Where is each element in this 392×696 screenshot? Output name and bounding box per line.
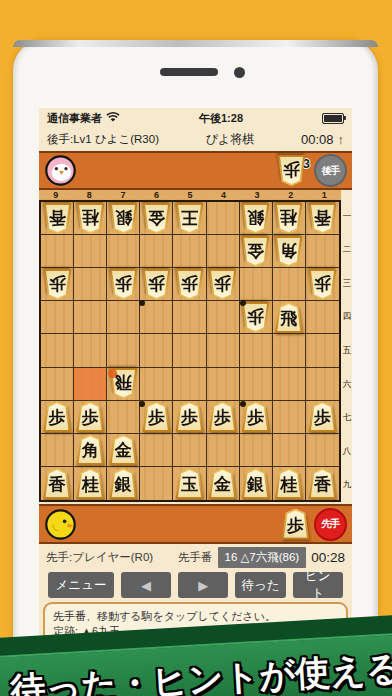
- board-cell-5三[interactable]: 歩: [173, 268, 206, 301]
- board-cell-4八[interactable]: [207, 434, 240, 467]
- app-screen: 通信事業者 午後1:28 後手:Lv1 ひよこ(R30) ぴよ将棋 00:08 …: [39, 108, 352, 693]
- board-cell-4一[interactable]: [207, 202, 240, 235]
- shogi-piece-銀[interactable]: 銀: [241, 468, 270, 499]
- sente-player-label: 先手:プレイヤー(R0): [46, 550, 153, 565]
- file-coordinates: 987654321: [39, 190, 341, 200]
- undo-button[interactable]: 待った: [235, 572, 285, 598]
- board-cell-9一[interactable]: 香: [41, 202, 74, 235]
- board-cell-1八[interactable]: [306, 434, 339, 467]
- phone-camera-icon: [234, 67, 245, 78]
- board-cell-1九[interactable]: 香: [306, 467, 339, 500]
- shogi-piece-歩[interactable]: 歩: [208, 401, 237, 432]
- board-cell-8四[interactable]: [74, 301, 107, 334]
- gote-player-label: 後手:Lv1 ひよこ(R30): [47, 132, 159, 147]
- board-cell-7五[interactable]: [107, 334, 140, 367]
- gote-clock: 00:08: [301, 132, 334, 147]
- phone-speaker: [160, 68, 218, 76]
- gote-chick-avatar: [44, 154, 77, 187]
- shogi-piece-歩[interactable]: 歩: [175, 401, 204, 432]
- battery-icon: [322, 113, 344, 124]
- shogi-piece-歩[interactable]: 歩: [241, 401, 270, 432]
- shogi-piece-歩[interactable]: 歩: [142, 401, 171, 432]
- board-cell-9四[interactable]: [41, 301, 74, 334]
- shogi-piece-飛: 飛: [109, 368, 138, 399]
- wifi-icon: [106, 112, 120, 125]
- shogi-piece-香: 香: [43, 203, 72, 234]
- board-cell-8五[interactable]: [74, 334, 107, 367]
- board-cell-6二[interactable]: [140, 235, 173, 268]
- shogi-piece-桂: 桂: [76, 203, 105, 234]
- shogi-piece-王: 王: [175, 203, 204, 234]
- board-cell-8九[interactable]: 桂: [74, 467, 107, 500]
- shogi-piece-桂: 桂: [274, 203, 303, 234]
- board-cell-1七[interactable]: 歩: [306, 401, 339, 434]
- shogi-piece-銀: 銀: [241, 203, 270, 234]
- sente-captured-tray: 歩 先手: [39, 504, 352, 544]
- board-cell-5六[interactable]: [173, 368, 206, 401]
- board-cell-3三[interactable]: [240, 268, 273, 301]
- board-cell-3二[interactable]: 金: [240, 235, 273, 268]
- shogi-piece-角: 角: [274, 236, 303, 267]
- phone-frame: 通信事業者 午後1:28 後手:Lv1 ひよこ(R30) ぴよ将棋 00:08 …: [13, 40, 378, 696]
- shogi-piece-歩: 歩: [241, 302, 270, 333]
- board-cell-3五[interactable]: [240, 334, 273, 367]
- shogi-piece-金[interactable]: 金: [208, 468, 237, 499]
- status-time: 午後1:28: [120, 111, 322, 126]
- board-cell-4九[interactable]: 金: [207, 467, 240, 500]
- board-cell-7六[interactable]: 飛: [107, 368, 140, 401]
- board-cell-5九[interactable]: 玉: [173, 467, 206, 500]
- board-cell-6七[interactable]: 歩: [140, 401, 173, 434]
- shogi-piece-歩: 歩: [175, 269, 204, 300]
- sente-badge: 先手: [314, 508, 347, 541]
- board-cell-8二[interactable]: [74, 235, 107, 268]
- board-cell-7三[interactable]: 歩: [107, 268, 140, 301]
- board-cell-9七[interactable]: 歩: [41, 401, 74, 434]
- forward-move-button[interactable]: ▶: [178, 572, 228, 598]
- app-title: ぴよ将棋: [159, 131, 301, 148]
- board-cell-2三[interactable]: [273, 268, 306, 301]
- board-cell-2一[interactable]: 桂: [273, 202, 306, 235]
- board-cell-9五[interactable]: [41, 334, 74, 367]
- shogi-piece-歩: 歩: [142, 269, 171, 300]
- back-move-button[interactable]: ◀: [121, 572, 171, 598]
- board-cell-1五[interactable]: [306, 334, 339, 367]
- turn-indicator: 先手番: [178, 550, 213, 565]
- hint-button[interactable]: ヒント: [293, 572, 343, 598]
- shogi-piece-香[interactable]: 香: [308, 468, 337, 499]
- board-area: 987654321 香桂銀金王銀桂香金角歩歩歩歩歩歩歩飛飛歩歩歩歩歩歩歩角金香桂…: [39, 190, 352, 504]
- board-cell-9六[interactable]: [41, 368, 74, 401]
- board-cell-1三[interactable]: 歩: [306, 268, 339, 301]
- shogi-piece-歩: 歩: [208, 269, 237, 300]
- hoshi-dot: [240, 401, 246, 407]
- screenshot-stage: 通信事業者 午後1:28 後手:Lv1 ひよこ(R30) ぴよ将棋 00:08 …: [0, 0, 392, 696]
- gote-badge: 後手: [314, 154, 347, 187]
- info-bar: 先手:プレイヤー(R0) 先手番 16 △7六飛(86) 00:28: [39, 544, 352, 570]
- menu-button[interactable]: メニュー: [48, 572, 114, 598]
- board-cell-4三[interactable]: 歩: [207, 268, 240, 301]
- board-cell-2二[interactable]: 角: [273, 235, 306, 268]
- board-cell-6九[interactable]: [140, 467, 173, 500]
- rank-coordinates: 一二三四五六七八九: [342, 200, 352, 502]
- shogi-piece-桂[interactable]: 桂: [274, 468, 303, 499]
- sente-hand-piece[interactable]: 歩: [281, 509, 310, 540]
- shogi-piece-歩: 歩: [43, 269, 72, 300]
- board-cell-7一[interactable]: 銀: [107, 202, 140, 235]
- board-cell-1二[interactable]: [306, 235, 339, 268]
- board-cell-7四[interactable]: [107, 301, 140, 334]
- board-cell-7九[interactable]: 銀: [107, 467, 140, 500]
- board-cell-6八[interactable]: [140, 434, 173, 467]
- board-cell-3四[interactable]: 歩: [240, 301, 273, 334]
- board-cell-7七[interactable]: [107, 401, 140, 434]
- shogi-piece-銀[interactable]: 銀: [109, 468, 138, 499]
- board-cell-8一[interactable]: 桂: [74, 202, 107, 235]
- board-cell-4二[interactable]: [207, 235, 240, 268]
- board-cell-9九[interactable]: 香: [41, 467, 74, 500]
- gote-captured-tray: 歩3 後手: [39, 151, 352, 190]
- promo-banner-text: 待った・ヒントが使える: [9, 644, 392, 696]
- board-cell-5五[interactable]: [173, 334, 206, 367]
- board-cell-9三[interactable]: 歩: [41, 268, 74, 301]
- shogi-piece-玉[interactable]: 玉: [175, 468, 204, 499]
- shogi-piece-歩: 歩: [308, 269, 337, 300]
- shogi-piece-銀: 銀: [109, 203, 138, 234]
- board-cell-7八[interactable]: 金: [107, 434, 140, 467]
- board-cell-8七[interactable]: 歩: [74, 401, 107, 434]
- board-cell-6一[interactable]: 金: [140, 202, 173, 235]
- board-cell-2四[interactable]: 飛: [273, 301, 306, 334]
- board-cell-2九[interactable]: 桂: [273, 467, 306, 500]
- board-cell-5二[interactable]: [173, 235, 206, 268]
- sente-chick-avatar: [44, 508, 77, 541]
- board-cell-1一[interactable]: 香: [306, 202, 339, 235]
- board-cell-6四[interactable]: [140, 301, 173, 334]
- shogi-piece-飛[interactable]: 飛: [274, 302, 303, 333]
- collapse-arrow-icon[interactable]: ↑: [338, 132, 345, 147]
- board-cell-1六[interactable]: [306, 368, 339, 401]
- board-cell-6三[interactable]: 歩: [140, 268, 173, 301]
- shogi-piece-歩[interactable]: 歩: [281, 509, 310, 540]
- board-cell-3一[interactable]: 銀: [240, 202, 273, 235]
- shogi-board: 香桂銀金王銀桂香金角歩歩歩歩歩歩歩飛飛歩歩歩歩歩歩歩角金香桂銀玉金銀桂香: [39, 200, 341, 502]
- board-cell-6六[interactable]: [140, 368, 173, 401]
- board-cell-6五[interactable]: [140, 334, 173, 367]
- shogi-piece-歩: 歩: [277, 155, 306, 186]
- board-cell-3八[interactable]: [240, 434, 273, 467]
- shogi-piece-歩: 歩: [109, 269, 138, 300]
- hoshi-dot: [240, 300, 246, 306]
- board-cell-5七[interactable]: 歩: [173, 401, 206, 434]
- shogi-piece-金: 金: [241, 236, 270, 267]
- board-cell-5八[interactable]: [173, 434, 206, 467]
- board-cell-8三[interactable]: [74, 268, 107, 301]
- board-cell-7二[interactable]: [107, 235, 140, 268]
- sente-clock: 00:28: [311, 550, 345, 565]
- control-buttons: メニュー ◀ ▶ 待った ヒント: [39, 570, 352, 600]
- board-cell-1四[interactable]: [306, 301, 339, 334]
- shogi-piece-歩[interactable]: 歩: [43, 401, 72, 432]
- shogi-piece-角[interactable]: 角: [76, 434, 105, 465]
- shogi-piece-金: 金: [142, 203, 171, 234]
- board-cell-9八[interactable]: [41, 434, 74, 467]
- last-move-box[interactable]: 16 △7六飛(86): [218, 547, 307, 568]
- shogi-piece-香[interactable]: 香: [43, 468, 72, 499]
- gote-hand-piece[interactable]: 歩3: [277, 155, 310, 186]
- hoshi-dot: [139, 401, 145, 407]
- board-cell-8六[interactable]: [74, 368, 107, 401]
- board-cell-4五[interactable]: [207, 334, 240, 367]
- shogi-piece-桂[interactable]: 桂: [76, 468, 105, 499]
- board-cell-3六[interactable]: [240, 368, 273, 401]
- board-cell-4六[interactable]: [207, 368, 240, 401]
- board-cell-9二[interactable]: [41, 235, 74, 268]
- status-bar: 通信事業者 午後1:28: [39, 108, 352, 128]
- board-cell-5四[interactable]: [173, 301, 206, 334]
- board-cell-2五[interactable]: [273, 334, 306, 367]
- shogi-piece-香: 香: [308, 203, 337, 234]
- hoshi-dot: [139, 300, 145, 306]
- board-cell-2八[interactable]: [273, 434, 306, 467]
- shogi-piece-金[interactable]: 金: [109, 434, 138, 465]
- carrier-label: 通信事業者: [47, 111, 102, 126]
- board-cell-5一[interactable]: 王: [173, 202, 206, 235]
- board-cell-8八[interactable]: 角: [74, 434, 107, 467]
- board-cell-4七[interactable]: 歩: [207, 401, 240, 434]
- board-cell-4四[interactable]: [207, 301, 240, 334]
- board-cell-2六[interactable]: [273, 368, 306, 401]
- app-header: 後手:Lv1 ひよこ(R30) ぴよ将棋 00:08 ↑: [39, 128, 352, 151]
- board-cell-2七[interactable]: [273, 401, 306, 434]
- shogi-piece-歩[interactable]: 歩: [308, 401, 337, 432]
- shogi-piece-歩[interactable]: 歩: [76, 401, 105, 432]
- board-cell-3九[interactable]: 銀: [240, 467, 273, 500]
